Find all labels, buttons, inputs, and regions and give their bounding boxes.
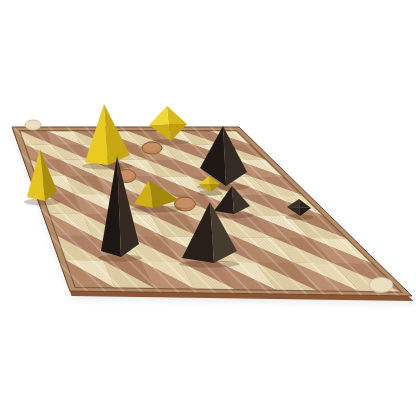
tan-disc[interactable] [142,142,162,154]
board-game-photo [0,0,416,416]
left-corner-inlay [25,120,41,130]
right-corner-inlay [369,278,393,293]
scene-svg [0,0,416,416]
